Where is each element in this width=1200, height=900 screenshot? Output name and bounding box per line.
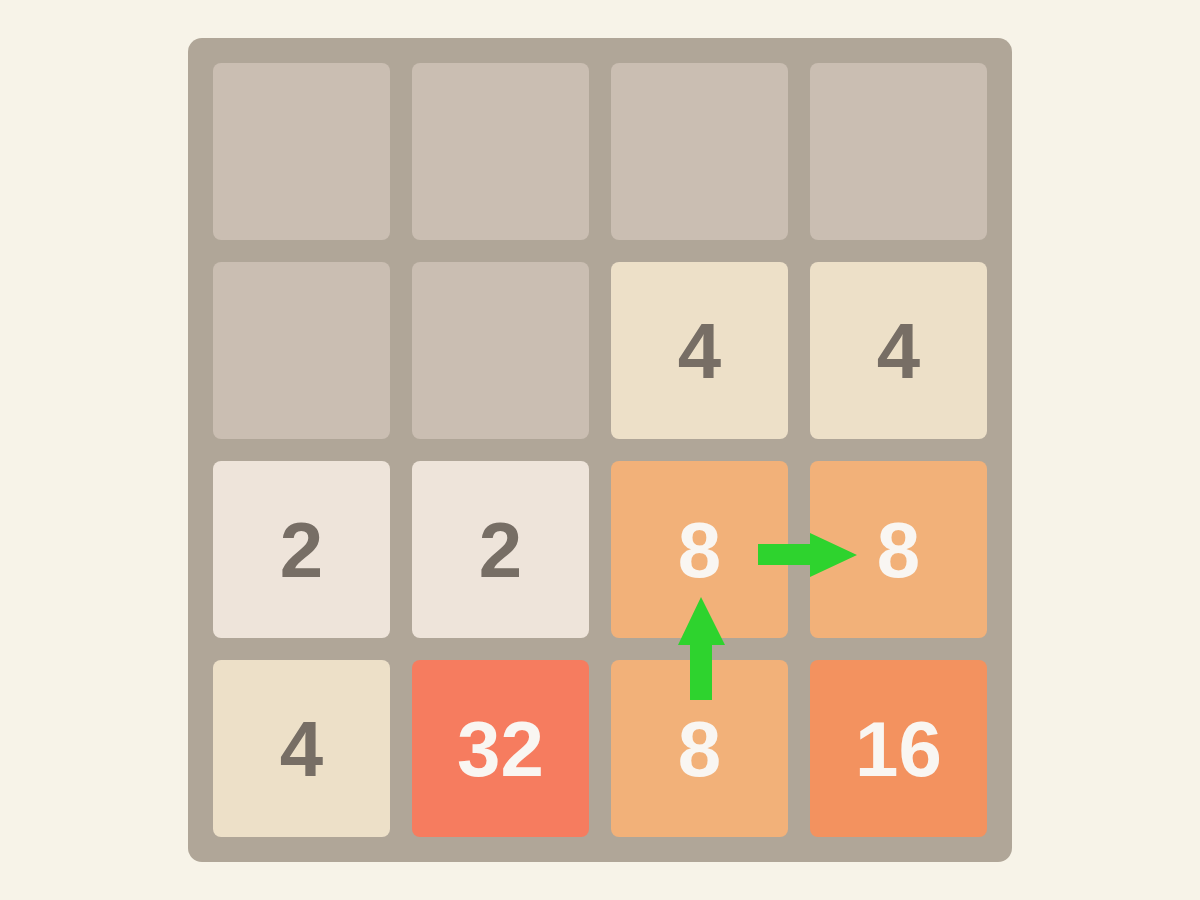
empty-cell xyxy=(213,63,390,240)
tile-2: 2 xyxy=(213,461,390,638)
tile-8: 8 xyxy=(810,461,987,638)
empty-cell xyxy=(213,262,390,439)
tile-4: 4 xyxy=(213,660,390,837)
empty-cell xyxy=(412,63,589,240)
tile-32: 32 xyxy=(412,660,589,837)
tile-8: 8 xyxy=(611,461,788,638)
empty-cell xyxy=(412,262,589,439)
tile-4: 4 xyxy=(810,262,987,439)
empty-cell xyxy=(611,63,788,240)
tile-4: 4 xyxy=(611,262,788,439)
board-grid: 442288432816 xyxy=(188,38,1012,862)
empty-cell xyxy=(810,63,987,240)
tile-2: 2 xyxy=(412,461,589,638)
tile-16: 16 xyxy=(810,660,987,837)
tile-8: 8 xyxy=(611,660,788,837)
2048-board[interactable]: 442288432816 xyxy=(188,38,1012,862)
